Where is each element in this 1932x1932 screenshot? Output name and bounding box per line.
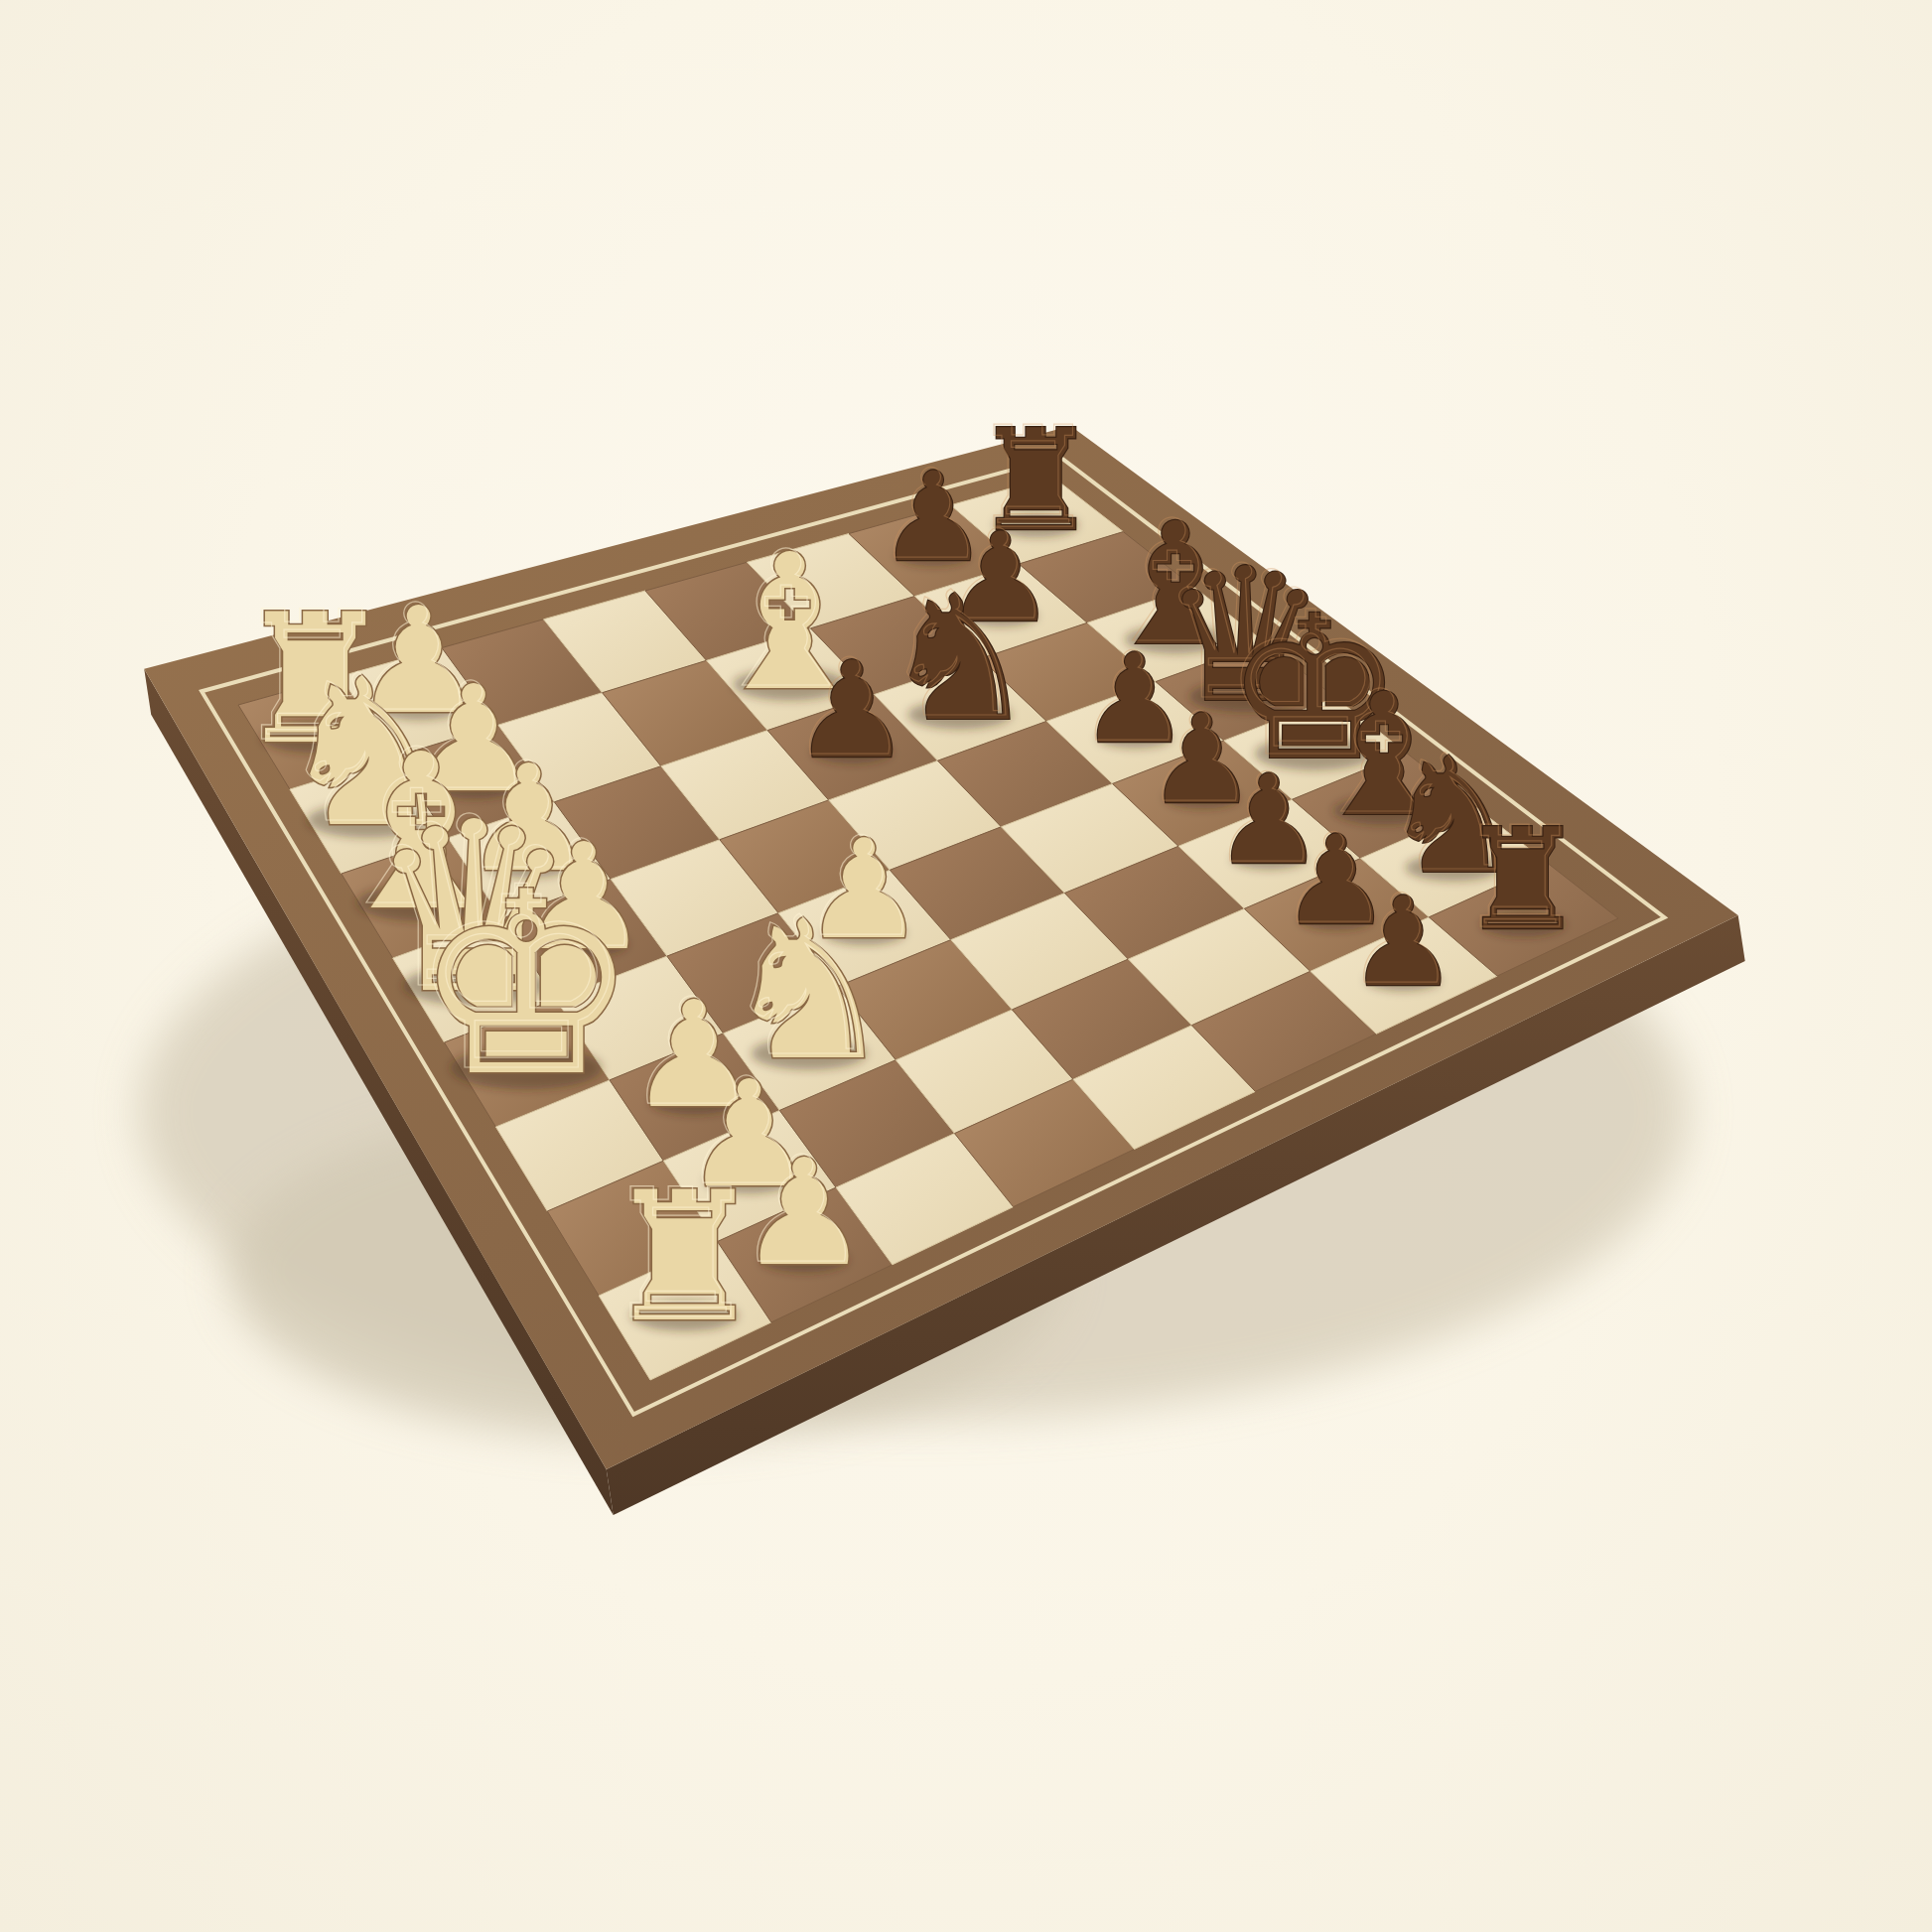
piece-sheen: ♜ xyxy=(601,1151,760,1358)
piece-sheen: ♚ xyxy=(408,833,634,1127)
black-rook-h8[interactable]: ♜♜ xyxy=(1457,796,1586,962)
black-pawn-h7[interactable]: ♟♟ xyxy=(1345,868,1458,1013)
piece-sheen: ♜ xyxy=(1457,796,1583,959)
piece-sheen: ♟ xyxy=(1345,868,1455,1011)
white-rook-h1[interactable]: ♜♜ xyxy=(601,1151,764,1362)
chess-board: ♜♜♟♟♟♟♝♝♝♝♛♛♟♟♞♞♟♟♜♜♟♟♚♚♟♟♟♟♝♝♞♞♟♟♟♟♞♞♝♝… xyxy=(0,0,1932,1932)
piece-sheen: ♟ xyxy=(789,630,908,785)
chess-product-photo: ♜♜♟♟♟♟♝♝♝♝♛♛♟♟♞♞♟♟♜♜♟♟♚♚♟♟♟♟♝♝♞♞♟♟♟♟♞♞♝♝… xyxy=(0,0,1932,1932)
black-pawn-c5[interactable]: ♟♟ xyxy=(789,630,911,788)
white-king-e1[interactable]: ♚♚ xyxy=(408,833,639,1132)
